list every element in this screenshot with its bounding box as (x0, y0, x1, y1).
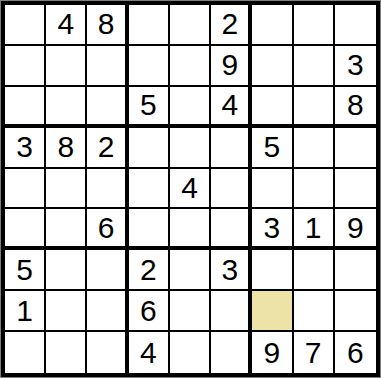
cell-r8c1[interactable]: 1 (5, 291, 46, 332)
cell-r7c2[interactable] (46, 250, 87, 291)
cell-r1c6[interactable]: 2 (211, 5, 252, 46)
cell-r8c8[interactable] (294, 291, 335, 332)
cell-r6c1[interactable] (5, 209, 46, 250)
cell-r8c4[interactable]: 6 (129, 291, 170, 332)
cell-r9c9[interactable]: 6 (335, 332, 376, 373)
cell-r2c6[interactable]: 9 (211, 46, 252, 87)
cell-r7c8[interactable] (294, 250, 335, 291)
cell-r6c5[interactable] (170, 209, 211, 250)
cell-r1c7[interactable] (252, 5, 293, 46)
cell-r1c4[interactable] (129, 5, 170, 46)
cell-r9c8[interactable]: 7 (294, 332, 335, 373)
cell-r2c9[interactable]: 3 (335, 46, 376, 87)
cell-r6c9[interactable]: 9 (335, 209, 376, 250)
sudoku-frame: 48293548382546319523164976 (0, 0, 381, 378)
cell-r2c3[interactable] (87, 46, 128, 87)
cell-r4c4[interactable] (129, 128, 170, 169)
cell-r3c5[interactable] (170, 87, 211, 128)
cell-r2c4[interactable] (129, 46, 170, 87)
cell-r2c2[interactable] (46, 46, 87, 87)
cell-r3c8[interactable] (294, 87, 335, 128)
cell-r5c7[interactable] (252, 169, 293, 210)
cell-r4c9[interactable] (335, 128, 376, 169)
cell-r5c3[interactable] (87, 169, 128, 210)
cell-r5c8[interactable] (294, 169, 335, 210)
sudoku-board: 48293548382546319523164976 (1, 1, 380, 377)
cell-r9c3[interactable] (87, 332, 128, 373)
cell-r4c7[interactable]: 5 (252, 128, 293, 169)
cell-r5c1[interactable] (5, 169, 46, 210)
cell-r5c9[interactable] (335, 169, 376, 210)
cell-r8c6[interactable] (211, 291, 252, 332)
cell-r3c3[interactable] (87, 87, 128, 128)
cell-r3c9[interactable]: 8 (335, 87, 376, 128)
cell-r5c2[interactable] (46, 169, 87, 210)
cell-r6c2[interactable] (46, 209, 87, 250)
cell-r6c3[interactable]: 6 (87, 209, 128, 250)
cell-r2c8[interactable] (294, 46, 335, 87)
cell-r7c4[interactable]: 2 (129, 250, 170, 291)
cell-r2c7[interactable] (252, 46, 293, 87)
cell-r5c5[interactable]: 4 (170, 169, 211, 210)
cell-r7c6[interactable]: 3 (211, 250, 252, 291)
cell-r7c5[interactable] (170, 250, 211, 291)
cell-r1c9[interactable] (335, 5, 376, 46)
cell-r7c7[interactable] (252, 250, 293, 291)
cell-r1c2[interactable]: 4 (46, 5, 87, 46)
cell-r4c2[interactable]: 8 (46, 128, 87, 169)
cell-r3c1[interactable] (5, 87, 46, 128)
cell-r2c1[interactable] (5, 46, 46, 87)
cell-r2c5[interactable] (170, 46, 211, 87)
cell-r8c5[interactable] (170, 291, 211, 332)
cell-r3c6[interactable]: 4 (211, 87, 252, 128)
cell-r8c2[interactable] (46, 291, 87, 332)
cell-r9c5[interactable] (170, 332, 211, 373)
cell-r9c4[interactable]: 4 (129, 332, 170, 373)
cell-r1c1[interactable] (5, 5, 46, 46)
cell-r4c5[interactable] (170, 128, 211, 169)
cell-r4c3[interactable]: 2 (87, 128, 128, 169)
cell-r7c9[interactable] (335, 250, 376, 291)
cell-r6c8[interactable]: 1 (294, 209, 335, 250)
cell-r9c2[interactable] (46, 332, 87, 373)
cell-r4c1[interactable]: 3 (5, 128, 46, 169)
cell-r6c4[interactable] (129, 209, 170, 250)
cell-r7c1[interactable]: 5 (5, 250, 46, 291)
cell-r9c7[interactable]: 9 (252, 332, 293, 373)
cell-r8c3[interactable] (87, 291, 128, 332)
cell-r9c1[interactable] (5, 332, 46, 373)
cell-r3c2[interactable] (46, 87, 87, 128)
cell-r6c7[interactable]: 3 (252, 209, 293, 250)
cell-r3c4[interactable]: 5 (129, 87, 170, 128)
cell-r8c7[interactable] (252, 291, 293, 332)
cell-r5c6[interactable] (211, 169, 252, 210)
cell-r9c6[interactable] (211, 332, 252, 373)
cell-r5c4[interactable] (129, 169, 170, 210)
cell-r1c8[interactable] (294, 5, 335, 46)
cell-r1c3[interactable]: 8 (87, 5, 128, 46)
cell-r6c6[interactable] (211, 209, 252, 250)
cell-r4c6[interactable] (211, 128, 252, 169)
cell-r3c7[interactable] (252, 87, 293, 128)
cell-r1c5[interactable] (170, 5, 211, 46)
cell-r4c8[interactable] (294, 128, 335, 169)
cell-r7c3[interactable] (87, 250, 128, 291)
cell-r8c9[interactable] (335, 291, 376, 332)
